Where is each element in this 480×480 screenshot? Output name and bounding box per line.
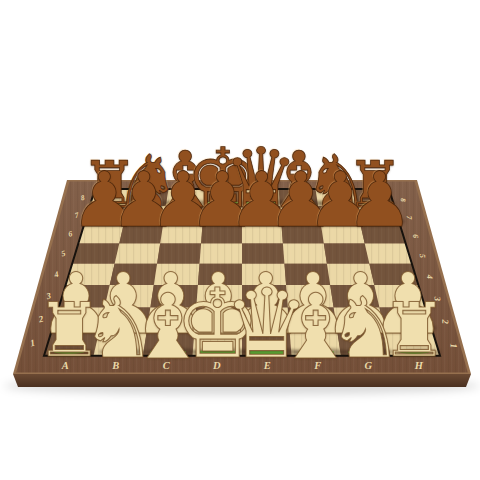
piece-white-rook-h1[interactable]: ♜ xyxy=(381,294,448,369)
rank-label-right-1: 1 xyxy=(449,343,459,348)
chess-set-photo: ABCDEFGH1122334455667788 ♜♞♝♚♛♝♞♜♟♟♟♟♟♟♟… xyxy=(0,0,480,480)
piece-black-pawn-h7[interactable]: ♟ xyxy=(345,162,413,238)
